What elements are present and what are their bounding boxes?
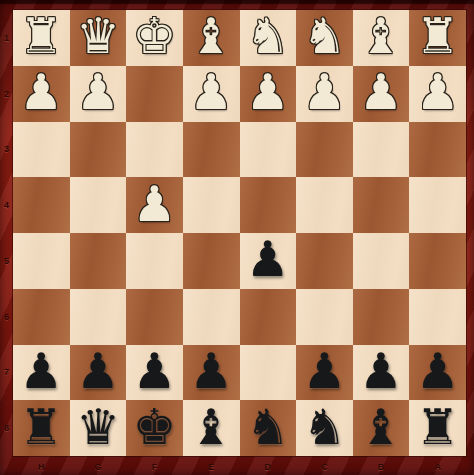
white-pawn[interactable]: ♟ (416, 68, 460, 117)
rank-label-7: 7 (0, 345, 13, 401)
rank-labels: 12345678 (0, 10, 13, 456)
square-g7[interactable]: ♟ (70, 345, 127, 401)
black-bishop[interactable]: ♝ (359, 403, 403, 452)
square-h1[interactable]: ♜ (13, 10, 70, 66)
square-c3[interactable] (296, 122, 353, 178)
square-a1[interactable]: ♜ (409, 10, 466, 66)
black-pawn[interactable]: ♟ (19, 347, 63, 396)
square-f3[interactable] (126, 122, 183, 178)
square-e6[interactable] (183, 289, 240, 345)
square-d8[interactable]: ♞ (240, 400, 297, 456)
file-label-a: A (409, 456, 466, 475)
square-d2[interactable]: ♟ (240, 66, 297, 122)
white-bishop[interactable]: ♝ (189, 12, 233, 61)
white-pawn[interactable]: ♟ (246, 68, 290, 117)
square-b2[interactable]: ♟ (353, 66, 410, 122)
white-pawn[interactable]: ♟ (302, 68, 346, 117)
square-b1[interactable]: ♝ (353, 10, 410, 66)
file-label-d: D (240, 456, 297, 475)
square-f6[interactable] (126, 289, 183, 345)
black-king[interactable]: ♚ (133, 403, 177, 452)
rank-label-8: 8 (0, 400, 13, 456)
square-d7[interactable] (240, 345, 297, 401)
black-rook[interactable]: ♜ (416, 403, 460, 452)
square-g3[interactable] (70, 122, 127, 178)
rank-label-6: 6 (0, 289, 13, 345)
chess-board[interactable]: ♜♛♚♝♞♞♝♜♟♟♟♟♟♟♟♟♟♟♟♟♟♟♟♟♜♛♚♝♞♞♝♜ (13, 10, 466, 456)
rank-label-1: 1 (0, 10, 13, 66)
square-b5[interactable] (353, 233, 410, 289)
square-d4[interactable] (240, 177, 297, 233)
rank-label-5: 5 (0, 233, 13, 289)
square-h7[interactable]: ♟ (13, 345, 70, 401)
white-pawn[interactable]: ♟ (189, 68, 233, 117)
black-pawn[interactable]: ♟ (416, 347, 460, 396)
white-king[interactable]: ♚ (133, 12, 177, 61)
square-f4[interactable]: ♟ (126, 177, 183, 233)
white-rook[interactable]: ♜ (416, 12, 460, 61)
board-frame: 12345678 HGFEDCBA ♜♛♚♝♞♞♝♜♟♟♟♟♟♟♟♟♟♟♟♟♟♟… (0, 0, 474, 475)
white-rook[interactable]: ♜ (19, 12, 63, 61)
black-rook[interactable]: ♜ (19, 403, 63, 452)
black-queen[interactable]: ♛ (76, 403, 120, 452)
square-a5[interactable] (409, 233, 466, 289)
square-h8[interactable]: ♜ (13, 400, 70, 456)
square-g4[interactable] (70, 177, 127, 233)
square-e7[interactable]: ♟ (183, 345, 240, 401)
file-labels: HGFEDCBA (13, 456, 466, 475)
square-f5[interactable] (126, 233, 183, 289)
rank-label-3: 3 (0, 122, 13, 178)
square-b4[interactable] (353, 177, 410, 233)
file-label-c: C (296, 456, 353, 475)
square-c8[interactable]: ♞ (296, 400, 353, 456)
square-g2[interactable]: ♟ (70, 66, 127, 122)
white-knight[interactable]: ♞ (302, 12, 346, 61)
square-g1[interactable]: ♛ (70, 10, 127, 66)
white-bishop[interactable]: ♝ (359, 12, 403, 61)
square-d5[interactable]: ♟ (240, 233, 297, 289)
square-e3[interactable] (183, 122, 240, 178)
square-h3[interactable] (13, 122, 70, 178)
square-c2[interactable]: ♟ (296, 66, 353, 122)
black-pawn[interactable]: ♟ (246, 235, 290, 284)
black-bishop[interactable]: ♝ (189, 403, 233, 452)
black-pawn[interactable]: ♟ (359, 347, 403, 396)
square-c4[interactable] (296, 177, 353, 233)
square-a4[interactable] (409, 177, 466, 233)
square-d1[interactable]: ♞ (240, 10, 297, 66)
square-a7[interactable]: ♟ (409, 345, 466, 401)
white-pawn[interactable]: ♟ (133, 180, 177, 229)
square-b6[interactable] (353, 289, 410, 345)
white-knight[interactable]: ♞ (246, 12, 290, 61)
rank-label-2: 2 (0, 66, 13, 122)
square-e5[interactable] (183, 233, 240, 289)
white-pawn[interactable]: ♟ (359, 68, 403, 117)
black-pawn[interactable]: ♟ (133, 347, 177, 396)
file-label-b: B (353, 456, 410, 475)
white-pawn[interactable]: ♟ (76, 68, 120, 117)
black-knight[interactable]: ♞ (302, 403, 346, 452)
square-g8[interactable]: ♛ (70, 400, 127, 456)
square-h6[interactable] (13, 289, 70, 345)
square-b8[interactable]: ♝ (353, 400, 410, 456)
square-f7[interactable]: ♟ (126, 345, 183, 401)
square-h5[interactable] (13, 233, 70, 289)
square-g6[interactable] (70, 289, 127, 345)
black-pawn[interactable]: ♟ (189, 347, 233, 396)
file-label-h: H (13, 456, 70, 475)
white-queen[interactable]: ♛ (76, 12, 120, 61)
square-d3[interactable] (240, 122, 297, 178)
square-a8[interactable]: ♜ (409, 400, 466, 456)
square-e1[interactable]: ♝ (183, 10, 240, 66)
square-b7[interactable]: ♟ (353, 345, 410, 401)
square-f8[interactable]: ♚ (126, 400, 183, 456)
square-b3[interactable] (353, 122, 410, 178)
square-f1[interactable]: ♚ (126, 10, 183, 66)
black-knight[interactable]: ♞ (246, 403, 290, 452)
square-e8[interactable]: ♝ (183, 400, 240, 456)
black-pawn[interactable]: ♟ (76, 347, 120, 396)
white-pawn[interactable]: ♟ (19, 68, 63, 117)
square-a2[interactable]: ♟ (409, 66, 466, 122)
black-pawn[interactable]: ♟ (302, 347, 346, 396)
square-d6[interactable] (240, 289, 297, 345)
square-c6[interactable] (296, 289, 353, 345)
square-f2[interactable] (126, 66, 183, 122)
square-a3[interactable] (409, 122, 466, 178)
file-label-g: G (70, 456, 127, 475)
file-label-e: E (183, 456, 240, 475)
square-e4[interactable] (183, 177, 240, 233)
square-a6[interactable] (409, 289, 466, 345)
square-c1[interactable]: ♞ (296, 10, 353, 66)
square-h2[interactable]: ♟ (13, 66, 70, 122)
file-label-f: F (126, 456, 183, 475)
square-c7[interactable]: ♟ (296, 345, 353, 401)
square-h4[interactable] (13, 177, 70, 233)
square-e2[interactable]: ♟ (183, 66, 240, 122)
square-c5[interactable] (296, 233, 353, 289)
rank-label-4: 4 (0, 177, 13, 233)
square-g5[interactable] (70, 233, 127, 289)
